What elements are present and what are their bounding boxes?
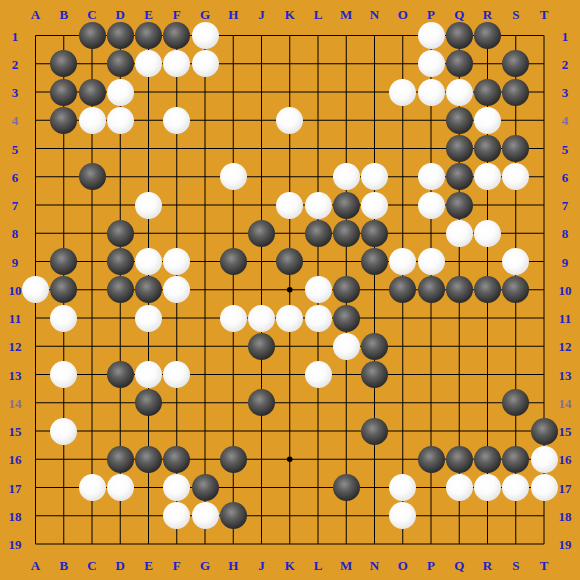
black-stone	[333, 305, 360, 332]
black-stone	[305, 220, 332, 247]
column-label-top: O	[389, 8, 417, 21]
row-label-right: 3	[552, 86, 578, 99]
black-stone	[135, 22, 162, 49]
black-stone	[446, 276, 473, 303]
column-label-top: S	[502, 8, 530, 21]
column-label-bottom: S	[502, 559, 530, 572]
black-stone	[135, 446, 162, 473]
white-stone	[446, 79, 473, 106]
white-stone	[107, 107, 134, 134]
white-stone	[192, 50, 219, 77]
column-label-bottom: G	[191, 559, 219, 572]
white-stone	[446, 220, 473, 247]
black-stone	[446, 446, 473, 473]
column-label-top: A	[22, 8, 50, 21]
white-stone	[248, 305, 275, 332]
row-label-left: 11	[2, 312, 28, 325]
column-label-top: R	[474, 8, 502, 21]
white-stone	[446, 474, 473, 501]
black-stone	[446, 135, 473, 162]
black-stone	[163, 446, 190, 473]
row-label-left: 17	[2, 482, 28, 495]
white-stone	[418, 79, 445, 106]
black-stone	[446, 50, 473, 77]
white-stone	[474, 474, 501, 501]
black-stone	[474, 79, 501, 106]
white-stone	[389, 79, 416, 106]
row-label-left: 3	[2, 86, 28, 99]
row-label-right: 9	[552, 256, 578, 269]
black-stone	[107, 22, 134, 49]
row-label-left: 8	[2, 227, 28, 240]
white-stone	[418, 163, 445, 190]
column-label-bottom: F	[163, 559, 191, 572]
white-stone	[333, 333, 360, 360]
row-label-left: 18	[2, 510, 28, 523]
black-stone	[333, 220, 360, 247]
white-stone	[135, 361, 162, 388]
black-stone	[107, 361, 134, 388]
black-stone	[474, 446, 501, 473]
column-label-top: K	[276, 8, 304, 21]
white-stone	[50, 418, 77, 445]
row-label-right: 18	[552, 510, 578, 523]
row-label-right: 19	[552, 538, 578, 551]
black-stone	[107, 446, 134, 473]
row-label-left: 19	[2, 538, 28, 551]
black-stone	[220, 248, 247, 275]
column-label-top: P	[417, 8, 445, 21]
white-stone	[79, 107, 106, 134]
column-label-top: E	[135, 8, 163, 21]
column-label-bottom: R	[474, 559, 502, 572]
row-label-left: 12	[2, 340, 28, 353]
column-label-bottom: E	[135, 559, 163, 572]
column-label-bottom: J	[248, 559, 276, 572]
black-stone	[248, 333, 275, 360]
black-stone	[474, 22, 501, 49]
column-label-bottom: C	[78, 559, 106, 572]
white-stone	[305, 276, 332, 303]
black-stone	[50, 107, 77, 134]
column-label-top: M	[332, 8, 360, 21]
star-point	[287, 456, 293, 462]
black-stone	[248, 220, 275, 247]
white-stone	[305, 192, 332, 219]
row-label-left: 13	[2, 369, 28, 382]
column-label-bottom: P	[417, 559, 445, 572]
black-stone	[107, 248, 134, 275]
black-stone	[502, 79, 529, 106]
black-stone	[474, 135, 501, 162]
white-stone	[276, 305, 303, 332]
white-stone	[418, 248, 445, 275]
black-stone	[107, 50, 134, 77]
column-label-bottom: T	[530, 559, 558, 572]
black-stone	[107, 220, 134, 247]
white-stone	[135, 192, 162, 219]
black-stone	[531, 418, 558, 445]
column-label-top: F	[163, 8, 191, 21]
row-label-left: 16	[2, 453, 28, 466]
black-stone	[50, 79, 77, 106]
row-label-right: 8	[552, 227, 578, 240]
row-label-right: 14	[552, 397, 578, 410]
row-label-right: 12	[552, 340, 578, 353]
black-stone	[446, 163, 473, 190]
white-stone	[418, 192, 445, 219]
column-label-bottom: M	[332, 559, 360, 572]
black-stone	[333, 474, 360, 501]
white-stone	[135, 248, 162, 275]
row-label-right: 10	[552, 284, 578, 297]
white-stone	[305, 361, 332, 388]
row-label-right: 4	[552, 114, 578, 127]
column-label-top: D	[106, 8, 134, 21]
black-stone	[220, 502, 247, 529]
column-label-bottom: H	[219, 559, 247, 572]
row-label-left: 6	[2, 171, 28, 184]
column-label-bottom: N	[361, 559, 389, 572]
black-stone	[107, 276, 134, 303]
column-label-bottom: B	[50, 559, 78, 572]
white-stone	[163, 107, 190, 134]
white-stone	[418, 50, 445, 77]
column-label-top: T	[530, 8, 558, 21]
black-stone	[192, 474, 219, 501]
black-stone	[333, 192, 360, 219]
row-label-left: 5	[2, 143, 28, 156]
white-stone	[305, 305, 332, 332]
column-label-top: N	[361, 8, 389, 21]
row-label-left: 4	[2, 114, 28, 127]
white-stone	[79, 474, 106, 501]
black-stone	[418, 276, 445, 303]
black-stone	[502, 446, 529, 473]
row-label-left: 15	[2, 425, 28, 438]
black-stone	[79, 22, 106, 49]
black-stone	[446, 22, 473, 49]
black-stone	[361, 361, 388, 388]
row-label-right: 13	[552, 369, 578, 382]
row-label-right: 5	[552, 143, 578, 156]
white-stone	[361, 192, 388, 219]
white-stone	[333, 163, 360, 190]
white-stone	[418, 22, 445, 49]
row-label-left: 2	[2, 58, 28, 71]
row-label-left: 9	[2, 256, 28, 269]
white-stone	[135, 305, 162, 332]
column-label-top: J	[248, 8, 276, 21]
black-stone	[361, 333, 388, 360]
white-stone	[50, 305, 77, 332]
white-stone	[220, 305, 247, 332]
column-label-top: C	[78, 8, 106, 21]
white-stone	[474, 107, 501, 134]
black-stone	[361, 418, 388, 445]
column-label-bottom: L	[304, 559, 332, 572]
column-label-top: Q	[445, 8, 473, 21]
row-label-right: 2	[552, 58, 578, 71]
column-label-top: G	[191, 8, 219, 21]
white-stone	[192, 22, 219, 49]
white-stone	[107, 79, 134, 106]
row-label-right: 11	[552, 312, 578, 325]
column-label-bottom: D	[106, 559, 134, 572]
row-label-left: 14	[2, 397, 28, 410]
white-stone	[192, 502, 219, 529]
column-label-bottom: O	[389, 559, 417, 572]
row-label-right: 1	[552, 30, 578, 43]
column-label-top: B	[50, 8, 78, 21]
row-label-left: 1	[2, 30, 28, 43]
black-stone	[361, 248, 388, 275]
column-label-top: H	[219, 8, 247, 21]
column-label-bottom: Q	[445, 559, 473, 572]
row-label-left: 7	[2, 199, 28, 212]
white-stone	[531, 474, 558, 501]
star-point	[287, 287, 293, 293]
column-label-bottom: A	[22, 559, 50, 572]
black-stone	[79, 163, 106, 190]
black-stone	[446, 107, 473, 134]
black-stone	[418, 446, 445, 473]
white-stone	[474, 220, 501, 247]
white-stone	[531, 446, 558, 473]
white-stone	[276, 107, 303, 134]
black-stone	[333, 276, 360, 303]
black-stone	[446, 192, 473, 219]
white-stone	[220, 163, 247, 190]
black-stone	[79, 79, 106, 106]
white-stone	[276, 192, 303, 219]
column-label-bottom: K	[276, 559, 304, 572]
black-stone	[220, 446, 247, 473]
black-stone	[361, 220, 388, 247]
row-label-right: 7	[552, 199, 578, 212]
row-label-right: 6	[552, 171, 578, 184]
go-board[interactable]: AABBCCDDEEFFGGHHJJKKLLMMNNOOPPQQRRSSTT11…	[0, 0, 580, 580]
white-stone	[107, 474, 134, 501]
column-label-top: L	[304, 8, 332, 21]
